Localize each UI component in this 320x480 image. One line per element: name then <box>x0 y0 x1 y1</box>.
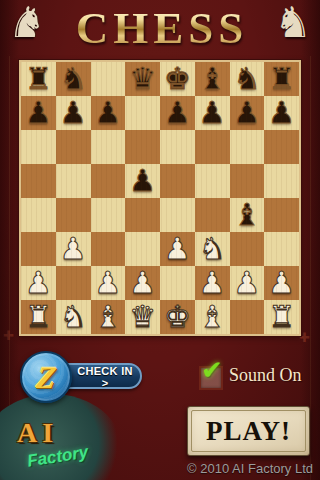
right-edge-ornament-line <box>310 56 311 480</box>
square-e5[interactable] <box>160 164 195 198</box>
piece-black-knight: ♞ <box>60 64 87 94</box>
play-button[interactable]: PLAY! <box>187 406 310 456</box>
square-h3[interactable] <box>264 232 299 266</box>
square-f2[interactable]: ♟ <box>195 266 230 300</box>
piece-white-rook: ♜ <box>268 302 295 332</box>
square-c6[interactable] <box>91 130 126 164</box>
square-d2[interactable]: ♟ <box>125 266 160 300</box>
square-f1[interactable]: ♝ <box>195 300 230 334</box>
square-b1[interactable]: ♞ <box>56 300 91 334</box>
chess-app-screen: ✚ ✚ ♞ CHESS ♞ ♜♞♛♚♝♞♜♟♟♟♟♟♟♟♟♝♟♟♞♟♟♟♟♟♟♜… <box>0 0 320 480</box>
square-f8[interactable]: ♝ <box>195 62 230 96</box>
square-b3[interactable]: ♟ <box>56 232 91 266</box>
square-b5[interactable] <box>56 164 91 198</box>
square-e1[interactable]: ♚ <box>160 300 195 334</box>
square-c8[interactable] <box>91 62 126 96</box>
ai-factory-logo-ai: AI <box>17 419 58 447</box>
square-d7[interactable] <box>125 96 160 130</box>
piece-black-pawn: ♟ <box>233 98 260 128</box>
square-a6[interactable] <box>21 130 56 164</box>
square-g8[interactable]: ♞ <box>230 62 265 96</box>
piece-white-king: ♚ <box>164 302 191 332</box>
square-f3[interactable]: ♞ <box>195 232 230 266</box>
square-e8[interactable]: ♚ <box>160 62 195 96</box>
piece-white-pawn: ♟ <box>164 234 191 264</box>
piece-white-queen: ♛ <box>129 302 156 332</box>
square-c2[interactable]: ♟ <box>91 266 126 300</box>
square-b2[interactable] <box>56 266 91 300</box>
square-h5[interactable] <box>264 164 299 198</box>
square-a2[interactable]: ♟ <box>21 266 56 300</box>
title-bar: ♞ CHESS ♞ <box>0 0 320 56</box>
square-a8[interactable]: ♜ <box>21 62 56 96</box>
square-d4[interactable] <box>125 198 160 232</box>
piece-black-pawn: ♟ <box>129 166 156 196</box>
square-a3[interactable] <box>21 232 56 266</box>
piece-black-pawn: ♟ <box>164 98 191 128</box>
square-a4[interactable] <box>21 198 56 232</box>
square-c1[interactable]: ♝ <box>91 300 126 334</box>
square-h4[interactable] <box>264 198 299 232</box>
piece-black-pawn: ♟ <box>268 98 295 128</box>
piece-black-king: ♚ <box>164 64 191 94</box>
square-a7[interactable]: ♟ <box>21 96 56 130</box>
square-e6[interactable] <box>160 130 195 164</box>
square-b7[interactable]: ♟ <box>56 96 91 130</box>
piece-black-knight: ♞ <box>233 64 260 94</box>
square-h1[interactable]: ♜ <box>264 300 299 334</box>
app-title: CHESS <box>72 6 249 51</box>
square-e7[interactable]: ♟ <box>160 96 195 130</box>
square-g4[interactable]: ♝ <box>230 198 265 232</box>
square-h6[interactable] <box>264 130 299 164</box>
square-b4[interactable] <box>56 198 91 232</box>
chess-board[interactable]: ♜♞♛♚♝♞♜♟♟♟♟♟♟♟♟♝♟♟♞♟♟♟♟♟♟♜♞♝♛♚♝♜ <box>19 60 301 336</box>
piece-black-rook: ♜ <box>268 64 295 94</box>
piece-white-pawn: ♟ <box>129 268 156 298</box>
square-g5[interactable] <box>230 164 265 198</box>
piece-black-queen: ♛ <box>129 64 156 94</box>
knight-icon-right: ♞ <box>274 2 312 44</box>
square-e4[interactable] <box>160 198 195 232</box>
square-d5[interactable]: ♟ <box>125 164 160 198</box>
square-b8[interactable]: ♞ <box>56 62 91 96</box>
piece-white-pawn: ♟ <box>233 268 260 298</box>
square-e2[interactable] <box>160 266 195 300</box>
piece-white-bishop: ♝ <box>199 302 226 332</box>
knight-icon-left: ♞ <box>8 2 46 44</box>
square-d1[interactable]: ♛ <box>125 300 160 334</box>
square-c5[interactable] <box>91 164 126 198</box>
square-a5[interactable] <box>21 164 56 198</box>
square-b6[interactable] <box>56 130 91 164</box>
square-d6[interactable] <box>125 130 160 164</box>
square-h8[interactable]: ♜ <box>264 62 299 96</box>
piece-white-knight: ♞ <box>199 234 226 264</box>
checkmark-icon: ✔ <box>201 357 223 383</box>
square-d3[interactable] <box>125 232 160 266</box>
piece-white-rook: ♜ <box>25 302 52 332</box>
square-d8[interactable]: ♛ <box>125 62 160 96</box>
piece-black-pawn: ♟ <box>60 98 87 128</box>
piece-white-knight: ♞ <box>60 302 87 332</box>
square-h2[interactable]: ♟ <box>264 266 299 300</box>
square-g1[interactable] <box>230 300 265 334</box>
square-g7[interactable]: ♟ <box>230 96 265 130</box>
piece-white-pawn: ♟ <box>199 268 226 298</box>
piece-black-pawn: ♟ <box>199 98 226 128</box>
square-h7[interactable]: ♟ <box>264 96 299 130</box>
z-letter: Z <box>34 362 57 393</box>
square-g2[interactable]: ♟ <box>230 266 265 300</box>
piece-black-pawn: ♟ <box>25 98 52 128</box>
piece-white-bishop: ♝ <box>94 302 121 332</box>
square-g6[interactable] <box>230 130 265 164</box>
square-f5[interactable] <box>195 164 230 198</box>
piece-white-pawn: ♟ <box>94 268 121 298</box>
square-c7[interactable]: ♟ <box>91 96 126 130</box>
piece-white-pawn: ♟ <box>60 234 87 264</box>
left-cross-ornament-icon: ✚ <box>3 328 14 343</box>
piece-white-pawn: ♟ <box>268 268 295 298</box>
square-e3[interactable]: ♟ <box>160 232 195 266</box>
square-f7[interactable]: ♟ <box>195 96 230 130</box>
square-g3[interactable] <box>230 232 265 266</box>
square-a1[interactable]: ♜ <box>21 300 56 334</box>
piece-black-bishop: ♝ <box>233 200 260 230</box>
square-f4[interactable] <box>195 198 230 232</box>
piece-black-rook: ♜ <box>25 64 52 94</box>
piece-black-bishop: ♝ <box>199 64 226 94</box>
piece-black-pawn: ♟ <box>94 98 121 128</box>
sound-checkbox[interactable]: ✔ <box>199 366 223 390</box>
sound-on-label: Sound On <box>229 365 302 386</box>
zeemote-z-badge-icon[interactable]: Z <box>20 351 72 403</box>
copyright-text: © 2010 AI Factory Ltd <box>187 461 313 476</box>
square-c4[interactable] <box>91 198 126 232</box>
piece-white-pawn: ♟ <box>25 268 52 298</box>
square-f6[interactable] <box>195 130 230 164</box>
square-c3[interactable] <box>91 232 126 266</box>
